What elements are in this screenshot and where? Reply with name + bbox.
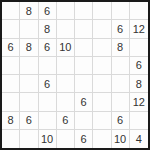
empty-cell[interactable] <box>57 20 75 38</box>
empty-cell[interactable] <box>20 130 38 148</box>
empty-cell[interactable] <box>39 57 57 75</box>
empty-cell[interactable] <box>39 93 57 111</box>
empty-cell[interactable] <box>112 2 130 20</box>
clue-cell: 10 <box>39 130 57 148</box>
empty-cell[interactable] <box>57 2 75 20</box>
empty-cell[interactable] <box>130 39 148 57</box>
clue-cell: 6 <box>75 130 93 148</box>
empty-cell[interactable] <box>20 57 38 75</box>
empty-cell[interactable] <box>93 57 111 75</box>
empty-cell[interactable] <box>57 130 75 148</box>
empty-cell[interactable] <box>20 20 38 38</box>
empty-cell[interactable] <box>75 39 93 57</box>
empty-cell[interactable] <box>2 75 20 93</box>
clue-cell: 12 <box>130 93 148 111</box>
empty-cell[interactable] <box>57 93 75 111</box>
clue-cell: 6 <box>2 39 20 57</box>
empty-cell[interactable] <box>2 93 20 111</box>
clue-cell: 8 <box>130 75 148 93</box>
empty-cell[interactable] <box>2 2 20 20</box>
empty-cell[interactable] <box>112 93 130 111</box>
empty-cell[interactable] <box>93 112 111 130</box>
empty-cell[interactable] <box>20 75 38 93</box>
clue-cell: 6 <box>39 2 57 20</box>
clue-cell: 4 <box>130 130 148 148</box>
empty-cell[interactable] <box>39 112 57 130</box>
empty-cell[interactable] <box>57 57 75 75</box>
clue-cell: 6 <box>130 57 148 75</box>
empty-cell[interactable] <box>75 20 93 38</box>
empty-cell[interactable] <box>112 57 130 75</box>
empty-cell[interactable] <box>2 20 20 38</box>
empty-cell[interactable] <box>75 57 93 75</box>
empty-cell[interactable] <box>75 112 93 130</box>
clue-cell: 8 <box>2 112 20 130</box>
clue-cell: 6 <box>112 112 130 130</box>
clue-cell: 6 <box>57 112 75 130</box>
clue-cell: 8 <box>112 39 130 57</box>
clue-cell: 10 <box>112 130 130 148</box>
clue-cell: 8 <box>20 2 38 20</box>
clue-cell: 10 <box>57 39 75 57</box>
empty-cell[interactable] <box>130 2 148 20</box>
clue-cell: 8 <box>39 20 57 38</box>
puzzle-board: 8686126861086686128666106104 <box>0 0 150 150</box>
clue-cell: 6 <box>39 75 57 93</box>
empty-cell[interactable] <box>75 2 93 20</box>
empty-cell[interactable] <box>130 112 148 130</box>
empty-cell[interactable] <box>93 2 111 20</box>
empty-cell[interactable] <box>93 75 111 93</box>
empty-cell[interactable] <box>57 75 75 93</box>
clue-cell: 6 <box>112 20 130 38</box>
empty-cell[interactable] <box>93 93 111 111</box>
empty-cell[interactable] <box>75 75 93 93</box>
empty-cell[interactable] <box>2 130 20 148</box>
empty-cell[interactable] <box>93 130 111 148</box>
clue-cell: 6 <box>75 93 93 111</box>
clue-cell: 12 <box>130 20 148 38</box>
clue-cell: 6 <box>39 39 57 57</box>
empty-cell[interactable] <box>2 57 20 75</box>
empty-cell[interactable] <box>93 20 111 38</box>
empty-cell[interactable] <box>93 39 111 57</box>
clue-cell: 8 <box>20 39 38 57</box>
empty-cell[interactable] <box>112 75 130 93</box>
clue-cell: 6 <box>20 112 38 130</box>
empty-cell[interactable] <box>20 93 38 111</box>
